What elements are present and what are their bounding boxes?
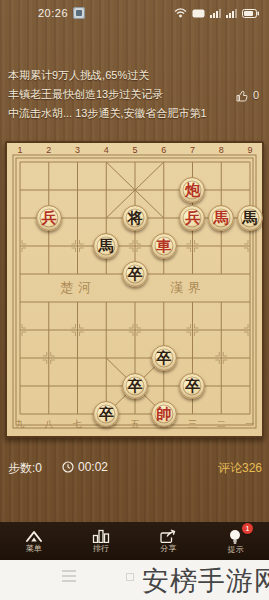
ranking-icon bbox=[92, 529, 110, 543]
piece-black-soldier[interactable]: 卒 bbox=[151, 345, 177, 371]
nav-label-menu: 菜单 bbox=[26, 545, 42, 553]
piece-black-soldier[interactable]: 卒 bbox=[122, 261, 148, 287]
piece-black-horse[interactable]: 馬 bbox=[93, 233, 119, 259]
battery-icon bbox=[242, 9, 259, 18]
signal-sim2-icon bbox=[226, 9, 237, 18]
challenge-news-panel: 本期累计9万人挑战,65%过关 丰镇老王最快创造13步过关记录 中流击水胡...… bbox=[8, 66, 261, 123]
piece-black-soldier[interactable]: 卒 bbox=[122, 373, 148, 399]
nav-label-ranking: 排行 bbox=[93, 545, 109, 553]
nav-item-share[interactable]: 分享 bbox=[135, 522, 202, 560]
notification-app-icon bbox=[73, 7, 85, 19]
piece-red-horse[interactable]: 馬 bbox=[208, 205, 234, 231]
piece-red-chariot[interactable]: 車 bbox=[151, 233, 177, 259]
wifi-icon bbox=[174, 8, 187, 18]
signal-sim1-icon bbox=[210, 9, 221, 18]
thumbs-up-icon[interactable] bbox=[236, 90, 248, 102]
footer-strip: 安榜手游网 bbox=[0, 560, 269, 600]
piece-red-soldier[interactable]: 兵 bbox=[36, 205, 62, 231]
status-bar: 20:26 bbox=[0, 3, 269, 23]
like-count: 0 bbox=[253, 86, 259, 105]
piece-black-soldier[interactable]: 卒 bbox=[93, 401, 119, 427]
timer-value: 00:02 bbox=[78, 460, 108, 474]
comments-link[interactable]: 评论326 bbox=[218, 460, 262, 477]
hint-lightbulb-icon bbox=[227, 529, 243, 544]
menu-icon bbox=[25, 529, 43, 543]
hamburger-icon[interactable] bbox=[62, 570, 76, 585]
news-line-winner: 中流击水胡... 13步通关,安徽省合肥市第1 bbox=[8, 104, 261, 123]
clock-time: 20:26 bbox=[38, 7, 68, 19]
app-background: 20:26 bbox=[0, 0, 269, 600]
nav-item-menu[interactable]: 菜单 bbox=[0, 522, 67, 560]
piece-black-soldier[interactable]: 卒 bbox=[179, 373, 205, 399]
timer-clock-icon bbox=[62, 461, 74, 473]
game-stats-row: 步数:0 00:02 评论326 bbox=[0, 456, 269, 480]
piece-black-general[interactable]: 将 bbox=[122, 205, 148, 231]
share-icon bbox=[159, 529, 177, 543]
hint-badge: 1 bbox=[242, 523, 253, 534]
piece-red-general[interactable]: 帥 bbox=[151, 401, 177, 427]
nav-item-ranking[interactable]: 排行 bbox=[67, 522, 134, 560]
site-watermark: 安榜手游网 bbox=[142, 563, 269, 599]
bottom-nav-bar: 菜单 排行 分享 提示 1 bbox=[0, 522, 269, 560]
nav-item-hint[interactable]: 提示 1 bbox=[202, 522, 269, 560]
checkbox-mark bbox=[126, 573, 134, 581]
piece-black-horse[interactable]: 馬 bbox=[237, 205, 263, 231]
pieces-layer: 炮兵将兵馬馬馬車卒卒卒卒卒帥 bbox=[6, 148, 265, 428]
piece-red-cannon[interactable]: 炮 bbox=[179, 177, 205, 203]
xiangqi-board[interactable]: 楚河 漢界 123456789 九八七六五四三二一 炮兵将兵馬馬馬車卒卒卒卒卒帥 bbox=[5, 141, 264, 438]
nav-label-hint: 提示 bbox=[227, 546, 243, 554]
nav-label-share: 分享 bbox=[160, 545, 176, 553]
news-line-record: 丰镇老王最快创造13步过关记录 bbox=[8, 85, 261, 104]
piece-red-soldier[interactable]: 兵 bbox=[179, 205, 205, 231]
sim-card-icon bbox=[192, 9, 205, 18]
news-line-challenges: 本期累计9万人挑战,65%过关 bbox=[8, 66, 261, 85]
move-counter: 步数:0 bbox=[8, 460, 42, 477]
